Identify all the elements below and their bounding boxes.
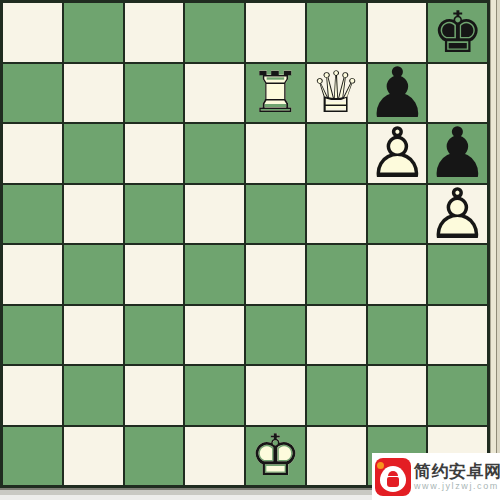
square-g6[interactable]: ♟♙ bbox=[368, 124, 427, 183]
square-c1[interactable] bbox=[125, 427, 184, 486]
square-f5[interactable] bbox=[307, 185, 366, 244]
square-c2[interactable] bbox=[125, 366, 184, 425]
square-b2[interactable] bbox=[64, 366, 123, 425]
square-d4[interactable] bbox=[185, 245, 244, 304]
android-robot-head bbox=[388, 471, 398, 476]
watermark-icon-dot bbox=[377, 462, 384, 469]
square-d3[interactable] bbox=[185, 306, 244, 365]
square-g8[interactable] bbox=[368, 3, 427, 62]
square-a4[interactable] bbox=[3, 245, 62, 304]
square-f7[interactable]: ♛♕ bbox=[307, 64, 366, 123]
square-h3[interactable] bbox=[428, 306, 487, 365]
square-g3[interactable] bbox=[368, 306, 427, 365]
square-e7[interactable]: ♜♖ bbox=[246, 64, 305, 123]
square-b6[interactable] bbox=[64, 124, 123, 183]
square-f2[interactable] bbox=[307, 366, 366, 425]
square-e5[interactable] bbox=[246, 185, 305, 244]
watermark-text: 简约安卓网 www.jylzwj.com bbox=[414, 462, 500, 492]
white-pawn[interactable]: ♟♙ bbox=[428, 185, 487, 244]
square-d7[interactable] bbox=[185, 64, 244, 123]
square-a3[interactable] bbox=[3, 306, 62, 365]
square-c8[interactable] bbox=[125, 3, 184, 62]
square-a5[interactable] bbox=[3, 185, 62, 244]
square-f8[interactable] bbox=[307, 3, 366, 62]
square-d2[interactable] bbox=[185, 366, 244, 425]
square-e2[interactable] bbox=[246, 366, 305, 425]
square-b5[interactable] bbox=[64, 185, 123, 244]
square-h6[interactable]: ♟ bbox=[428, 124, 487, 183]
chess-board[interactable]: ♚♜♖♛♕♟♟♙♟♟♙♚♔ bbox=[0, 0, 490, 488]
square-f6[interactable] bbox=[307, 124, 366, 183]
square-b4[interactable] bbox=[64, 245, 123, 304]
square-b7[interactable] bbox=[64, 64, 123, 123]
square-c6[interactable] bbox=[125, 124, 184, 183]
watermark-site-url: www.jylzwj.com bbox=[414, 481, 500, 491]
square-h2[interactable] bbox=[428, 366, 487, 425]
square-e6[interactable] bbox=[246, 124, 305, 183]
square-c5[interactable] bbox=[125, 185, 184, 244]
chess-screenshot: ♚♜♖♛♕♟♟♙♟♟♙♚♔ 简约安卓网 www.jylzwj.com bbox=[0, 0, 500, 500]
white-pawn[interactable]: ♟♙ bbox=[368, 124, 427, 183]
square-h7[interactable] bbox=[428, 64, 487, 123]
square-f4[interactable] bbox=[307, 245, 366, 304]
square-b3[interactable] bbox=[64, 306, 123, 365]
square-g5[interactable] bbox=[368, 185, 427, 244]
square-e4[interactable] bbox=[246, 245, 305, 304]
square-b1[interactable] bbox=[64, 427, 123, 486]
square-c7[interactable] bbox=[125, 64, 184, 123]
square-f1[interactable] bbox=[307, 427, 366, 486]
black-pawn[interactable]: ♟ bbox=[368, 64, 427, 123]
square-a8[interactable] bbox=[3, 3, 62, 62]
square-d6[interactable] bbox=[185, 124, 244, 183]
square-b8[interactable] bbox=[64, 3, 123, 62]
square-h5[interactable]: ♟♙ bbox=[428, 185, 487, 244]
watermark-site-name: 简约安卓网 bbox=[414, 462, 500, 482]
square-c3[interactable] bbox=[125, 306, 184, 365]
watermark: 简约安卓网 www.jylzwj.com bbox=[372, 453, 500, 500]
square-g2[interactable] bbox=[368, 366, 427, 425]
square-h8[interactable]: ♚ bbox=[428, 3, 487, 62]
square-a2[interactable] bbox=[3, 366, 62, 425]
black-king[interactable]: ♚ bbox=[428, 3, 487, 62]
white-queen[interactable]: ♛♕ bbox=[307, 64, 366, 123]
square-a6[interactable] bbox=[3, 124, 62, 183]
square-c4[interactable] bbox=[125, 245, 184, 304]
white-king[interactable]: ♚♔ bbox=[246, 427, 305, 486]
square-d8[interactable] bbox=[185, 3, 244, 62]
square-f3[interactable] bbox=[307, 306, 366, 365]
board-frame-right-edge bbox=[490, 0, 500, 488]
square-d5[interactable] bbox=[185, 185, 244, 244]
white-rook[interactable]: ♜♖ bbox=[246, 64, 305, 123]
android-home-icon bbox=[375, 458, 411, 496]
square-g7[interactable]: ♟ bbox=[368, 64, 427, 123]
android-robot-body bbox=[387, 477, 399, 487]
square-e8[interactable] bbox=[246, 3, 305, 62]
square-d1[interactable] bbox=[185, 427, 244, 486]
watermark-icon-circle bbox=[380, 466, 406, 492]
square-a1[interactable] bbox=[3, 427, 62, 486]
black-pawn[interactable]: ♟ bbox=[428, 124, 487, 183]
square-e3[interactable] bbox=[246, 306, 305, 365]
square-h4[interactable] bbox=[428, 245, 487, 304]
square-a7[interactable] bbox=[3, 64, 62, 123]
square-g4[interactable] bbox=[368, 245, 427, 304]
square-e1[interactable]: ♚♔ bbox=[246, 427, 305, 486]
